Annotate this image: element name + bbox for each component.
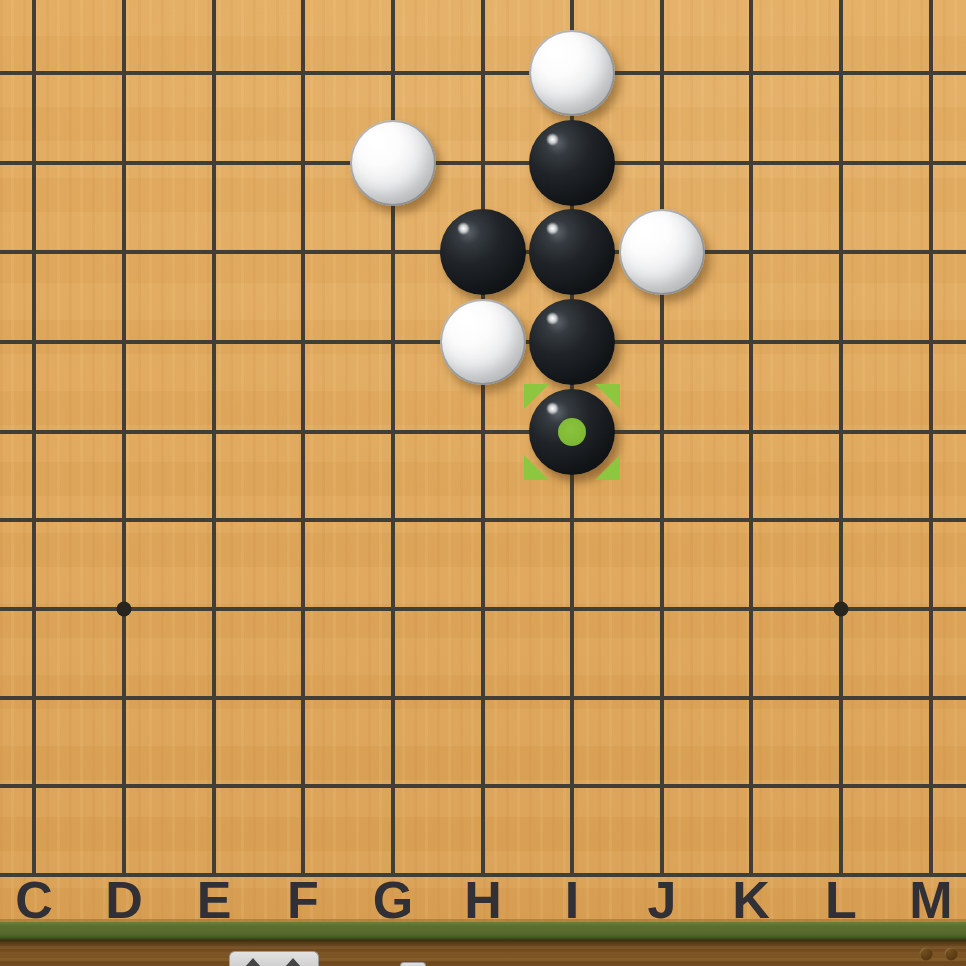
stone-black-H8 [440,209,526,295]
grid-line-horizontal [0,430,966,434]
grid-line-horizontal [0,607,966,611]
grid-line-vertical [660,0,664,877]
grid-line-vertical [122,0,126,877]
grid-line-horizontal [0,161,966,165]
grid-line-vertical [929,0,933,877]
grid-line-horizontal [0,71,966,75]
grid-line-vertical [839,0,843,877]
wood-knob-icon [920,948,933,961]
small-button-partial[interactable] [400,962,426,966]
felt-strip [0,922,966,940]
grid-line-vertical [212,0,216,877]
gomoku-app-screen: CDEFGHIJKLM [0,0,966,966]
stone-black-I6 [529,389,615,475]
stone-white-H7 [440,299,526,385]
grid-line-vertical [32,0,36,877]
grid-line-vertical [301,0,305,877]
wood-knob-icon [945,948,958,961]
stone-white-I10 [529,30,615,116]
grid-line-vertical [481,0,485,877]
left-arrow-icon [245,958,261,966]
stone-black-I9 [529,120,615,206]
star-point [834,602,849,617]
stone-white-G9 [350,120,436,206]
grid-line-horizontal [0,518,966,522]
grid-line-vertical [749,0,753,877]
table-wood [0,940,966,966]
nav-button-partial[interactable] [229,951,319,966]
grid-line-horizontal [0,784,966,788]
grid-line-horizontal [0,696,966,700]
star-point [117,602,132,617]
stone-black-I8 [529,209,615,295]
stone-black-I7 [529,299,615,385]
right-arrow-icon [285,958,301,966]
go-board[interactable]: CDEFGHIJKLM [0,0,966,922]
stone-white-J8 [619,209,705,295]
